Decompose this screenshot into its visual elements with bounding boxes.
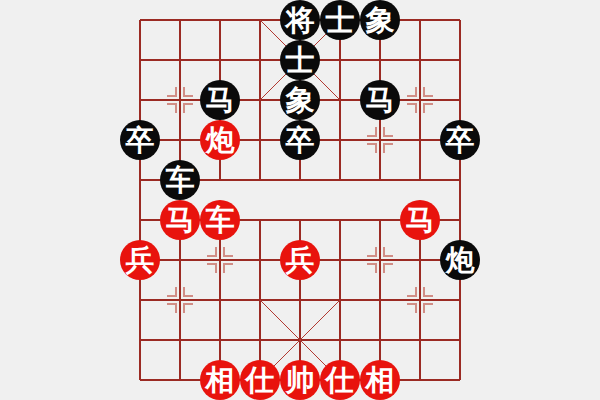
piece-red-soldier[interactable]: 兵 [280,240,320,280]
piece-red-elephant[interactable]: 相 [360,360,400,400]
piece-black-elephant[interactable]: 象 [360,0,400,40]
piece-red-soldier[interactable]: 兵 [120,240,160,280]
piece-red-horse[interactable]: 马 [160,200,200,240]
piece-black-horse[interactable]: 马 [360,80,400,120]
piece-black-soldier[interactable]: 卒 [120,120,160,160]
piece-red-chariot[interactable]: 车 [200,200,240,240]
piece-red-advisor[interactable]: 仕 [240,360,280,400]
piece-red-general[interactable]: 帅 [280,360,320,400]
piece-black-cannon[interactable]: 炮 [440,240,480,280]
piece-black-general[interactable]: 将 [280,0,320,40]
piece-black-chariot[interactable]: 车 [160,160,200,200]
piece-red-cannon[interactable]: 炮 [200,120,240,160]
piece-black-soldier[interactable]: 卒 [440,120,480,160]
xiangqi-board-screenshot: 将士象士马象马卒炮卒卒车马车马兵兵炮相仕帅仕相 [0,0,600,400]
piece-black-advisor[interactable]: 士 [280,40,320,80]
piece-red-horse[interactable]: 马 [400,200,440,240]
piece-black-horse[interactable]: 马 [200,80,240,120]
piece-black-elephant[interactable]: 象 [280,80,320,120]
piece-red-elephant[interactable]: 相 [200,360,240,400]
piece-black-soldier[interactable]: 卒 [280,120,320,160]
board: 将士象士马象马卒炮卒卒车马车马兵兵炮相仕帅仕相 [120,0,480,400]
piece-red-advisor[interactable]: 仕 [320,360,360,400]
piece-black-advisor[interactable]: 士 [320,0,360,40]
